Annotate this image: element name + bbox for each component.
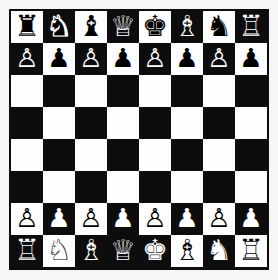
square-h6[interactable]	[235, 75, 267, 107]
square-h5[interactable]	[235, 107, 267, 139]
square-a5[interactable]	[11, 107, 43, 139]
square-e6[interactable]	[139, 75, 171, 107]
white-knight-piece: ♘	[46, 236, 72, 265]
square-e5[interactable]	[139, 107, 171, 139]
black-pawn-piece: ♟	[239, 45, 262, 71]
screenshot-canvas: ♜♞♝♕♚♗♞♖♙♟♙♟♙♟♙♟♙♟♙♟♙♟♙♟♖♘♗♕♚♗♞♖	[0, 0, 278, 280]
white-king-piece: ♚	[142, 236, 168, 265]
square-d4[interactable]	[107, 139, 139, 171]
square-g3[interactable]	[203, 171, 235, 203]
square-b5[interactable]	[43, 107, 75, 139]
square-h4[interactable]	[235, 139, 267, 171]
black-pawn-piece: ♙	[207, 45, 230, 71]
white-rook-piece: ♖	[14, 236, 40, 265]
square-a2[interactable]: ♙	[11, 203, 43, 235]
square-f1[interactable]: ♗	[171, 235, 203, 267]
square-e1[interactable]: ♚	[139, 235, 171, 267]
square-b3[interactable]	[43, 171, 75, 203]
white-knight-piece: ♞	[206, 236, 232, 265]
square-g2[interactable]: ♙	[203, 203, 235, 235]
black-knight-piece: ♞	[206, 12, 232, 41]
square-e2[interactable]: ♙	[139, 203, 171, 235]
white-pawn-piece: ♟	[175, 205, 198, 231]
square-f6[interactable]	[171, 75, 203, 107]
square-a3[interactable]	[11, 171, 43, 203]
black-pawn-piece: ♙	[15, 45, 38, 71]
square-f5[interactable]	[171, 107, 203, 139]
square-d3[interactable]	[107, 171, 139, 203]
white-pawn-piece: ♟	[111, 205, 134, 231]
white-pawn-piece: ♟	[239, 205, 262, 231]
square-d5[interactable]	[107, 107, 139, 139]
square-c3[interactable]	[75, 171, 107, 203]
square-a4[interactable]	[11, 139, 43, 171]
black-king-piece: ♚	[142, 12, 168, 41]
black-pawn-piece: ♟	[47, 45, 70, 71]
white-pawn-piece: ♙	[143, 205, 166, 231]
white-rook-piece: ♖	[238, 236, 264, 265]
black-pawn-piece: ♙	[143, 45, 166, 71]
square-b1[interactable]: ♘	[43, 235, 75, 267]
black-rook-piece: ♜	[14, 12, 40, 41]
square-b8[interactable]: ♞	[43, 11, 75, 43]
square-a1[interactable]: ♖	[11, 235, 43, 267]
square-g8[interactable]: ♞	[203, 11, 235, 43]
square-h7[interactable]: ♟	[235, 43, 267, 75]
black-rook-piece: ♖	[238, 12, 264, 41]
square-e7[interactable]: ♙	[139, 43, 171, 75]
black-pawn-piece: ♙	[79, 45, 102, 71]
square-g7[interactable]: ♙	[203, 43, 235, 75]
square-g1[interactable]: ♞	[203, 235, 235, 267]
square-d1[interactable]: ♕	[107, 235, 139, 267]
white-queen-piece: ♕	[110, 236, 136, 265]
black-knight-piece: ♞	[46, 12, 72, 41]
square-g6[interactable]	[203, 75, 235, 107]
square-a6[interactable]	[11, 75, 43, 107]
square-c5[interactable]	[75, 107, 107, 139]
square-g5[interactable]	[203, 107, 235, 139]
square-g4[interactable]	[203, 139, 235, 171]
square-b6[interactable]	[43, 75, 75, 107]
square-d7[interactable]: ♟	[107, 43, 139, 75]
square-e4[interactable]	[139, 139, 171, 171]
square-d6[interactable]	[107, 75, 139, 107]
square-c6[interactable]	[75, 75, 107, 107]
square-f4[interactable]	[171, 139, 203, 171]
square-f2[interactable]: ♟	[171, 203, 203, 235]
square-e8[interactable]: ♚	[139, 11, 171, 43]
square-c7[interactable]: ♙	[75, 43, 107, 75]
square-d2[interactable]: ♟	[107, 203, 139, 235]
square-d8[interactable]: ♕	[107, 11, 139, 43]
white-pawn-piece: ♙	[207, 205, 230, 231]
white-pawn-piece: ♙	[15, 205, 38, 231]
square-f8[interactable]: ♗	[171, 11, 203, 43]
chess-board: ♜♞♝♕♚♗♞♖♙♟♙♟♙♟♙♟♙♟♙♟♙♟♙♟♖♘♗♕♚♗♞♖	[9, 9, 269, 270]
black-queen-piece: ♕	[110, 12, 136, 41]
square-c2[interactable]: ♙	[75, 203, 107, 235]
square-e3[interactable]	[139, 171, 171, 203]
square-h2[interactable]: ♟	[235, 203, 267, 235]
black-pawn-piece: ♟	[111, 45, 134, 71]
black-pawn-piece: ♟	[175, 45, 198, 71]
square-a8[interactable]: ♜	[11, 11, 43, 43]
white-pawn-piece: ♟	[47, 205, 70, 231]
black-bishop-piece: ♗	[174, 12, 200, 41]
square-b4[interactable]	[43, 139, 75, 171]
white-bishop-piece: ♗	[174, 236, 200, 265]
black-bishop-piece: ♝	[78, 12, 104, 41]
white-pawn-piece: ♙	[79, 205, 102, 231]
square-c4[interactable]	[75, 139, 107, 171]
square-c8[interactable]: ♝	[75, 11, 107, 43]
square-b2[interactable]: ♟	[43, 203, 75, 235]
square-h3[interactable]	[235, 171, 267, 203]
square-a7[interactable]: ♙	[11, 43, 43, 75]
white-bishop-piece: ♗	[78, 236, 104, 265]
square-c1[interactable]: ♗	[75, 235, 107, 267]
square-h1[interactable]: ♖	[235, 235, 267, 267]
square-b7[interactable]: ♟	[43, 43, 75, 75]
square-f7[interactable]: ♟	[171, 43, 203, 75]
square-h8[interactable]: ♖	[235, 11, 267, 43]
square-f3[interactable]	[171, 171, 203, 203]
